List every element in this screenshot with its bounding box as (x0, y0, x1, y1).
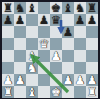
piece-black-bishop[interactable]: ♝ (63, 2, 73, 14)
square-c1[interactable]: ♝ (26, 86, 38, 98)
square-b4[interactable] (14, 50, 26, 62)
piece-black-pawn[interactable]: ♟ (63, 26, 73, 38)
square-b6[interactable] (14, 26, 26, 38)
square-c8[interactable]: ♝ (26, 2, 38, 14)
square-d3[interactable] (38, 62, 50, 74)
square-d7[interactable]: ♟ (38, 14, 50, 26)
chess-board-frame: ♜♞♝♚♝♞♜♟♟♟♛♟♟♟♛♝♟♞♟♟♟♟♟♜♝♚♜ (0, 0, 100, 99)
square-g5[interactable] (74, 38, 86, 50)
square-g7[interactable]: ♟ (74, 14, 86, 26)
square-g1[interactable] (74, 86, 86, 98)
square-a7[interactable]: ♟ (2, 14, 14, 26)
square-c6[interactable] (26, 26, 38, 38)
piece-white-pawn[interactable]: ♟ (75, 74, 85, 86)
square-b2[interactable]: ♟ (14, 74, 26, 86)
square-f1[interactable] (62, 86, 74, 98)
chess-board[interactable]: ♜♞♝♚♝♞♜♟♟♟♛♟♟♟♛♝♟♞♟♟♟♟♟♜♝♚♜ (2, 2, 98, 98)
piece-black-pawn[interactable]: ♟ (15, 14, 25, 26)
square-d4[interactable] (38, 50, 50, 62)
piece-white-king[interactable]: ♚ (51, 86, 61, 98)
square-d5[interactable]: ♛ (38, 38, 50, 50)
square-e4[interactable]: ♟ (50, 50, 62, 62)
square-b5[interactable] (14, 38, 26, 50)
square-c3[interactable]: ♞ (26, 62, 38, 74)
square-g2[interactable]: ♟ (74, 74, 86, 86)
square-a5[interactable] (2, 38, 14, 50)
square-b7[interactable]: ♟ (14, 14, 26, 26)
square-e7[interactable]: ♛ (50, 14, 62, 26)
square-e1[interactable]: ♚ (50, 86, 62, 98)
square-d2[interactable] (38, 74, 50, 86)
square-f6[interactable]: ♟ (62, 26, 74, 38)
square-e6[interactable] (50, 26, 62, 38)
piece-black-pawn[interactable]: ♟ (3, 14, 13, 26)
square-g4[interactable] (74, 50, 86, 62)
square-d1[interactable] (38, 86, 50, 98)
square-h6[interactable] (86, 26, 98, 38)
square-f4[interactable] (62, 50, 74, 62)
piece-white-pawn[interactable]: ♟ (15, 74, 25, 86)
piece-black-pawn[interactable]: ♟ (75, 14, 85, 26)
square-f2[interactable]: ♟ (62, 74, 74, 86)
square-c7[interactable] (26, 14, 38, 26)
piece-black-pawn[interactable]: ♟ (39, 14, 49, 26)
piece-white-bishop[interactable]: ♝ (27, 86, 37, 98)
square-a6[interactable] (2, 26, 14, 38)
piece-white-rook[interactable]: ♜ (3, 86, 13, 98)
square-h1[interactable]: ♜ (86, 86, 98, 98)
square-e3[interactable] (50, 62, 62, 74)
piece-black-pawn[interactable]: ♟ (87, 14, 97, 26)
piece-white-knight[interactable]: ♞ (27, 62, 37, 74)
piece-white-queen[interactable]: ♛ (39, 38, 49, 50)
square-h4[interactable] (86, 50, 98, 62)
square-h5[interactable] (86, 38, 98, 50)
piece-white-rook[interactable]: ♜ (87, 86, 97, 98)
square-h7[interactable]: ♟ (86, 14, 98, 26)
square-g6[interactable] (74, 26, 86, 38)
piece-white-pawn[interactable]: ♟ (51, 50, 61, 62)
piece-white-pawn[interactable]: ♟ (63, 74, 73, 86)
piece-black-bishop[interactable]: ♝ (27, 2, 37, 14)
square-f8[interactable]: ♝ (62, 2, 74, 14)
square-b1[interactable] (14, 86, 26, 98)
square-f5[interactable] (62, 38, 74, 50)
square-a1[interactable]: ♜ (2, 86, 14, 98)
square-a4[interactable] (2, 50, 14, 62)
piece-black-queen[interactable]: ♛ (51, 14, 61, 26)
